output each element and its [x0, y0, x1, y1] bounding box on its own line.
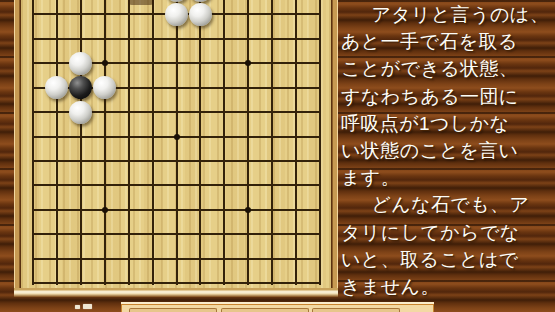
tutorial-text-line: タリにしてからでな [341, 219, 555, 246]
board-grid-line [56, 0, 58, 285]
tutorial-text-line: あと一手で石を取る [341, 28, 555, 55]
board-bottom-edge [14, 288, 338, 297]
tutorial-text-line: すなわちある一団に [341, 83, 555, 110]
tutorial-text-line: いと、取ることはで [341, 246, 555, 273]
board-grid-line [223, 0, 225, 285]
game-screen: アタリと言うのは、あと一手で石を取ることができる状態、すなわちある一団に呼吸点が… [0, 0, 555, 312]
tutorial-text-line: 呼吸点が1つしかな [341, 110, 555, 137]
board-grid-line [247, 0, 249, 285]
hoshi-point [245, 207, 251, 213]
board-grid-line [32, 38, 321, 40]
board-grid-line [128, 0, 130, 285]
board-grid-line [32, 258, 321, 260]
bottom-panel [121, 302, 434, 312]
board-grid-line [32, 184, 321, 186]
bottom-bar-button[interactable] [129, 308, 217, 312]
board-grid-line [199, 0, 201, 285]
tutorial-text-line: い状態のことを言い [341, 137, 555, 164]
board-grid-line [271, 0, 273, 285]
board-grid-line [32, 209, 321, 211]
white-stone [165, 3, 188, 26]
white-stone [69, 101, 92, 124]
board-grid-line [32, 160, 321, 162]
tutorial-text-line: ます。 [341, 164, 555, 191]
bottom-bar-button[interactable] [221, 308, 309, 312]
tutorial-text-line: どんな石でも、ア [341, 191, 555, 218]
bottom-bar-button[interactable] [312, 308, 400, 312]
clipped-ui-fragment [83, 304, 92, 309]
board-grid-line [32, 233, 321, 235]
board-grid-line [80, 0, 82, 285]
board-grid-line [176, 0, 178, 285]
board-grid-line [295, 0, 297, 285]
board-grid-line [32, 282, 321, 284]
board-right-edge [331, 0, 338, 295]
white-stone [69, 52, 92, 75]
tutorial-text-panel: アタリと言うのは、あと一手で石を取ることができる状態、すなわちある一団に呼吸点が… [341, 1, 555, 300]
board-grid-line [32, 0, 34, 285]
hoshi-point [174, 134, 180, 140]
tutorial-text-line: ことができる状態、 [341, 55, 555, 82]
clipped-ui-fragment [75, 305, 80, 309]
white-stone [189, 3, 212, 26]
board-grid-line [152, 0, 154, 285]
wood-grain-streak [128, 0, 154, 5]
board-grid-line [319, 0, 321, 285]
hoshi-point [102, 207, 108, 213]
board-grid-line [104, 0, 106, 285]
tutorial-text-line: きません。 [341, 273, 555, 300]
board-left-edge [14, 0, 21, 295]
hoshi-point [102, 60, 108, 66]
tutorial-text-line: アタリと言うのは、 [341, 1, 555, 28]
